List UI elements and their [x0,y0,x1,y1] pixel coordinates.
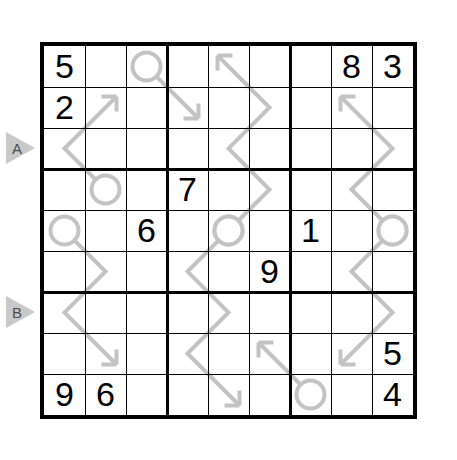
cell-r4c7[interactable] [290,169,331,210]
cell-r2c8[interactable] [331,87,372,128]
cell-r7c8[interactable] [331,292,372,333]
cell-r3c8[interactable] [331,128,372,169]
cell-r4c4[interactable]: 7 [167,169,208,210]
cell-r1c1[interactable]: 5 [44,46,85,87]
cell-r6c2[interactable] [85,251,126,292]
cell-r4c8[interactable] [331,169,372,210]
cell-r9c6[interactable] [249,374,290,415]
cell-r3c9[interactable] [372,128,413,169]
cell-r2c9[interactable] [372,87,413,128]
cell-r3c6[interactable] [249,128,290,169]
cell-r2c1[interactable]: 2 [44,87,85,128]
cell-r1c3[interactable] [126,46,167,87]
cell-r1c4[interactable] [167,46,208,87]
cell-r4c5[interactable] [208,169,249,210]
cell-r2c5[interactable] [208,87,249,128]
cell-r6c7[interactable] [290,251,331,292]
cell-r5c5[interactable] [208,210,249,251]
cell-r8c8[interactable] [331,333,372,374]
marker-label: A [9,132,25,164]
cell-r2c3[interactable] [126,87,167,128]
cell-r3c5[interactable] [208,128,249,169]
cell-r2c6[interactable] [249,87,290,128]
cell-r4c6[interactable] [249,169,290,210]
cell-r4c1[interactable] [44,169,85,210]
cell-r3c4[interactable] [167,128,208,169]
cell-r4c2[interactable] [85,169,126,210]
cell-r7c7[interactable] [290,292,331,333]
cell-r8c2[interactable] [85,333,126,374]
marker-label: B [9,296,25,328]
cell-r8c6[interactable] [249,333,290,374]
cell-r5c2[interactable] [85,210,126,251]
cell-r9c5[interactable] [208,374,249,415]
answer-row-marker-a: A [6,132,35,164]
cell-r1c2[interactable] [85,46,126,87]
cell-r5c8[interactable] [331,210,372,251]
cell-r1c6[interactable] [249,46,290,87]
cell-r9c1[interactable]: 9 [44,374,85,415]
answer-row-marker-b: B [6,296,35,328]
cell-r4c9[interactable] [372,169,413,210]
cell-r6c3[interactable] [126,251,167,292]
cell-r2c4[interactable] [167,87,208,128]
cell-r2c7[interactable] [290,87,331,128]
cell-r5c4[interactable] [167,210,208,251]
cell-r6c1[interactable] [44,251,85,292]
cell-r1c7[interactable] [290,46,331,87]
cell-r3c3[interactable] [126,128,167,169]
cell-r7c1[interactable] [44,292,85,333]
cell-r9c8[interactable] [331,374,372,415]
cell-r8c7[interactable] [290,333,331,374]
cell-r7c6[interactable] [249,292,290,333]
cell-r6c8[interactable] [331,251,372,292]
cell-r7c3[interactable] [126,292,167,333]
cell-r7c4[interactable] [167,292,208,333]
cell-r5c3[interactable]: 6 [126,210,167,251]
cell-r1c5[interactable] [208,46,249,87]
cell-r5c6[interactable] [249,210,290,251]
cell-r9c2[interactable]: 6 [85,374,126,415]
cell-r8c3[interactable] [126,333,167,374]
cell-r8c9[interactable]: 5 [372,333,413,374]
cell-r5c9[interactable] [372,210,413,251]
cell-r8c1[interactable] [44,333,85,374]
cell-r6c9[interactable] [372,251,413,292]
cell-r6c4[interactable] [167,251,208,292]
cell-r9c3[interactable] [126,374,167,415]
cell-r1c9[interactable]: 3 [372,46,413,87]
sudoku-grid: 583276195964 [44,46,413,415]
cell-r8c5[interactable] [208,333,249,374]
cell-r5c7[interactable]: 1 [290,210,331,251]
cell-r3c1[interactable] [44,128,85,169]
cell-r3c2[interactable] [85,128,126,169]
cell-r6c5[interactable] [208,251,249,292]
cell-r9c7[interactable] [290,374,331,415]
sudoku-board: 583276195964 [40,42,417,419]
cell-r9c9[interactable]: 4 [372,374,413,415]
cell-r5c1[interactable] [44,210,85,251]
cell-r4c3[interactable] [126,169,167,210]
cell-r8c4[interactable] [167,333,208,374]
cell-r2c2[interactable] [85,87,126,128]
cell-r7c9[interactable] [372,292,413,333]
cell-r1c8[interactable]: 8 [331,46,372,87]
cell-r3c7[interactable] [290,128,331,169]
cell-r9c4[interactable] [167,374,208,415]
cell-r6c6[interactable]: 9 [249,251,290,292]
cell-r7c2[interactable] [85,292,126,333]
cell-r7c5[interactable] [208,292,249,333]
